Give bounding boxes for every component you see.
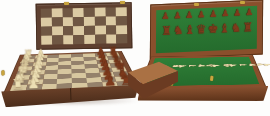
board-square: ♜ (10, 85, 27, 91)
stored-piece-p: ♟ (233, 9, 241, 18)
stored-piece-p: ♟ (209, 10, 217, 19)
tray-piece-p: ♟ (261, 63, 270, 67)
open-chess-set: ♜♟♟♜♞♟♟♞♝♟♟♝♛♟♟♛♚♟♟♚♝♟♟♝♞♟♟♞♜♟♟♜ (0, 0, 142, 116)
chess-piece-white-r: ♜ (11, 77, 24, 91)
stored-piece-p: ♟ (221, 9, 229, 18)
hinge-icon (120, 1, 125, 4)
clasp-icon (210, 76, 214, 81)
open-storage-box: ♟♟♟♟♟♟♟♟ ♜♞♝♛♚♝♞♜ ♜♟♞♟♝♟♛♟♚♟♝♟♞♟♜♟ (128, 0, 270, 116)
chess-piece-black-p: ♟ (104, 73, 117, 87)
chess-piece-white-p: ♟ (27, 76, 40, 90)
lid-piece-row-pawns: ♟♟♟♟♟♟♟♟ (161, 8, 253, 21)
stored-piece-p: ♟ (197, 10, 205, 19)
hinge-icon (240, 1, 245, 4)
stored-piece-p: ♟ (173, 11, 181, 20)
board-square: ♟ (26, 84, 42, 90)
stored-piece-p: ♟ (185, 11, 193, 20)
chess-board-grid: ♜♟♟♜♞♟♟♞♝♟♟♝♛♟♟♛♚♟♟♚♝♟♟♝♞♟♟♞♜♟♟♜ (10, 52, 134, 90)
product-photo-chess-sets: ♜♟♟♜♞♟♟♞♝♟♟♝♛♟♟♛♚♟♟♚♝♟♟♝♞♟♟♞♜♟♟♜ ♟♟♟♟♟♟♟… (0, 0, 270, 116)
stored-piece-p: ♟ (245, 8, 253, 17)
board-fold-seam (70, 87, 71, 100)
hinge-icon (64, 2, 69, 5)
hinge-icon (194, 3, 199, 6)
chess-board-plane: ♜♟♟♜♞♟♟♞♝♟♟♝♛♟♟♛♚♟♟♚♝♟♟♝♞♟♟♞♜♟♟♜ (0, 0, 144, 116)
closed-box-corner (128, 60, 178, 102)
stored-piece-p: ♟ (161, 12, 169, 21)
clasp-icon (1, 70, 4, 75)
